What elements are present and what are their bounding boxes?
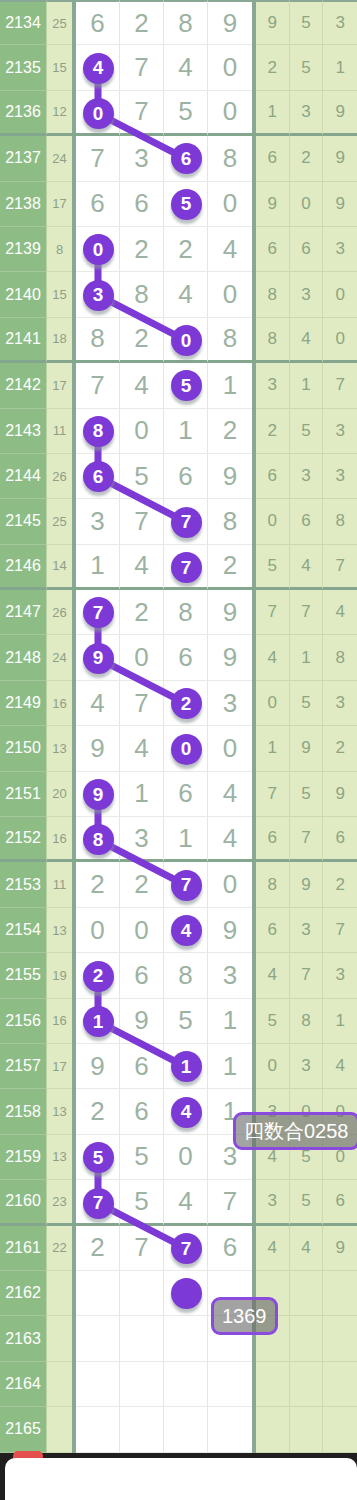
issue-number: 2141 [0, 318, 46, 363]
metric-value: 24 [46, 136, 72, 181]
metric-value: 25 [46, 0, 72, 45]
issue-number: 2154 [0, 908, 46, 953]
aux-digit-cell: 1 [290, 635, 324, 680]
digit-cell: 8 [76, 318, 120, 363]
digit-cell: 4 [164, 272, 208, 317]
digit-cell: 0 [208, 726, 252, 771]
aux-digit-cell: 7 [290, 817, 324, 862]
digit-cell: 1 [120, 772, 164, 817]
metric-value: 13 [46, 1089, 72, 1134]
digit-cell: 9 [208, 454, 252, 499]
digit-cell: 2 [120, 318, 164, 363]
issue-row: 214015840830 [0, 272, 357, 317]
aux-digit-cell: 3 [256, 363, 290, 408]
aux-digit-cell: 5 [290, 0, 324, 45]
aux-digit-cell: 3 [290, 272, 324, 317]
aux-digit-cell: 3 [323, 454, 357, 499]
digit-cell: 9 [76, 726, 120, 771]
winning-digit-circle: 9 [83, 643, 114, 674]
digit-cell: 8 [208, 136, 252, 181]
aux-digit-cell: 3 [323, 0, 357, 45]
digit-cell: 7 [120, 45, 164, 90]
issue-number: 2137 [0, 136, 46, 181]
aux-digit-cell: 6 [256, 227, 290, 272]
issue-row: 2163 [0, 1316, 357, 1361]
aux-digit-cell: 9 [256, 182, 290, 227]
aux-digit-cell: 9 [290, 726, 324, 771]
digit-cell: 2 [76, 1226, 120, 1271]
digit-cell: 2 [120, 862, 164, 907]
metric-value: 20 [46, 772, 72, 817]
aux-digit-cell: 0 [256, 681, 290, 726]
digit-cell [208, 1362, 252, 1407]
digit-cell: 1 [208, 999, 252, 1044]
digit-cell: 6 [76, 0, 120, 45]
metric-value: 15 [46, 45, 72, 90]
issue-number: 2155 [0, 953, 46, 998]
prediction-badge: 1369 [211, 1297, 278, 1335]
issue-number: 2158 [0, 1089, 46, 1134]
digit-cell: 2 [120, 590, 164, 635]
digit-cell: 6 [120, 1044, 164, 1089]
aux-digit-cell: 8 [290, 999, 324, 1044]
aux-digit-cell: 6 [256, 817, 290, 862]
digit-cell: 7 [120, 499, 164, 544]
winning-digit-circle: 3 [83, 280, 114, 311]
winning-digit-circle: 8 [83, 824, 114, 855]
digit-cell: 2 [208, 409, 252, 454]
aux-digit-cell: 4 [323, 590, 357, 635]
digit-cell: 9 [208, 0, 252, 45]
metric-value: 13 [46, 726, 72, 771]
winning-digit-circle: 7 [83, 1188, 114, 1219]
aux-digit-cell: 8 [256, 318, 290, 363]
digit-cell: 4 [120, 726, 164, 771]
aux-digit-cell: 2 [256, 45, 290, 90]
metric-value: 18 [46, 318, 72, 363]
issue-number: 2134 [0, 0, 46, 45]
aux-digit-cell: 8 [256, 862, 290, 907]
digit-cell: 6 [164, 772, 208, 817]
digit-cell: 6 [208, 1226, 252, 1271]
issue-number: 2149 [0, 681, 46, 726]
digit-cell: 0 [120, 908, 164, 953]
aux-digit-cell: 7 [290, 953, 324, 998]
digit-cell: 8 [120, 272, 164, 317]
digit-cell: 3 [208, 953, 252, 998]
winning-digit-circle: 1 [171, 1051, 202, 1082]
aux-digit-cell: 4 [256, 635, 290, 680]
winning-digit-circle: 6 [83, 461, 114, 492]
winning-digit-circle: 0 [171, 734, 202, 765]
aux-digit-cell [290, 1271, 324, 1316]
winning-digit-circle: 9 [83, 779, 114, 810]
aux-digit-cell: 4 [290, 318, 324, 363]
aux-digit-cell: 9 [323, 1226, 357, 1271]
aux-digit-cell: 3 [290, 908, 324, 953]
aux-digit-cell: 4 [290, 1226, 324, 1271]
aux-digit-cell: 9 [323, 182, 357, 227]
aux-digit-cell: 6 [290, 227, 324, 272]
winning-digit-circle: 5 [171, 370, 202, 401]
issue-row: 213515740251 [0, 45, 357, 90]
digit-cell: 5 [120, 1180, 164, 1225]
aux-digit-cell: 8 [323, 499, 357, 544]
aux-digit-cell: 7 [323, 545, 357, 590]
digit-cell [76, 1362, 120, 1407]
digit-cell: 3 [208, 681, 252, 726]
aux-digit-cell: 6 [323, 1180, 357, 1225]
digit-cell: 4 [208, 817, 252, 862]
digit-cell: 8 [164, 0, 208, 45]
winning-digit-circle: 7 [171, 870, 202, 901]
issue-number: 2140 [0, 272, 46, 317]
aux-digit-cell: 0 [323, 318, 357, 363]
winning-digit-circle: 6 [171, 143, 202, 174]
aux-digit-cell: 7 [256, 772, 290, 817]
metric-value [46, 1271, 72, 1316]
winning-digit-circle: 5 [171, 189, 202, 220]
digit-cell: 6 [120, 182, 164, 227]
aux-digit-cell [256, 1362, 290, 1407]
issue-row: 214426569633 [0, 454, 357, 499]
digit-cell [120, 1362, 164, 1407]
metric-value: 16 [46, 817, 72, 862]
aux-digit-cell: 6 [323, 817, 357, 862]
metric-value: 11 [46, 409, 72, 454]
aux-digit-cell: 9 [290, 862, 324, 907]
digit-cell: 8 [164, 953, 208, 998]
aux-digit-cell: 0 [323, 272, 357, 317]
issue-row: 216023547356 [0, 1180, 357, 1225]
aux-digit-cell: 3 [323, 227, 357, 272]
digit-cell: 5 [164, 91, 208, 136]
metric-value: 26 [46, 454, 72, 499]
aux-digit-cell [323, 1316, 357, 1361]
winning-digit-circle: 2 [83, 961, 114, 992]
digit-cell: 3 [76, 499, 120, 544]
aux-digit-cell: 6 [256, 136, 290, 181]
digit-cell: 7 [76, 363, 120, 408]
issue-number: 2145 [0, 499, 46, 544]
digit-cell: 3 [120, 136, 164, 181]
aux-digit-cell: 2 [323, 862, 357, 907]
metric-value: 26 [46, 590, 72, 635]
digit-cell: 0 [208, 182, 252, 227]
winning-digit-circle: 4 [171, 915, 202, 946]
issue-number: 2156 [0, 999, 46, 1044]
digit-cell [164, 1362, 208, 1407]
aux-digit-cell: 8 [256, 272, 290, 317]
digit-cell: 7 [120, 91, 164, 136]
digit-cell: 1 [76, 545, 120, 590]
winning-digit-circle: 7 [171, 507, 202, 538]
issue-row: 2134256289953 [0, 0, 357, 45]
issue-number: 2153 [0, 862, 46, 907]
issue-number: 2164 [0, 1362, 46, 1407]
winning-digit-circle: 0 [83, 98, 114, 129]
metric-value: 14 [46, 545, 72, 590]
digit-cell: 2 [120, 0, 164, 45]
aux-digit-cell: 3 [290, 1044, 324, 1089]
aux-digit-cell: 2 [290, 136, 324, 181]
issue-row: 215616951581 [0, 999, 357, 1044]
digit-cell: 7 [120, 681, 164, 726]
metric-value: 22 [46, 1226, 72, 1271]
digit-cell [76, 1407, 120, 1452]
digit-cell: 7 [120, 1226, 164, 1271]
metric-value [46, 1362, 72, 1407]
issue-row: 214726289774 [0, 590, 357, 635]
digit-cell [120, 1407, 164, 1452]
aux-digit-cell: 5 [290, 681, 324, 726]
issue-number: 2147 [0, 590, 46, 635]
issue-number: 2152 [0, 817, 46, 862]
aux-digit-cell: 5 [290, 45, 324, 90]
digit-cell: 8 [208, 318, 252, 363]
issue-number: 2146 [0, 545, 46, 590]
metric-value: 16 [46, 681, 72, 726]
metric-value: 13 [46, 908, 72, 953]
metric-value: 13 [46, 1135, 72, 1180]
metric-value: 17 [46, 1044, 72, 1089]
aux-digit-cell: 4 [323, 1044, 357, 1089]
aux-digit-cell: 7 [323, 363, 357, 408]
issue-row: 213612750139 [0, 91, 357, 136]
issue-number: 2160 [0, 1180, 46, 1225]
winning-digit-circle: 7 [171, 1233, 202, 1264]
aux-digit-cell: 9 [323, 136, 357, 181]
winning-digit-circle: 4 [171, 1097, 202, 1128]
issue-row: 215120164759 [0, 772, 357, 817]
prediction-dot [171, 1278, 202, 1309]
issue-number: 2143 [0, 409, 46, 454]
aux-digit-cell: 7 [290, 590, 324, 635]
digit-cell: 4 [76, 681, 120, 726]
digit-cell: 9 [208, 908, 252, 953]
issue-row: 215216314676 [0, 817, 357, 862]
aux-digit-cell: 8 [323, 635, 357, 680]
metric-value: 17 [46, 182, 72, 227]
digit-cell: 0 [208, 272, 252, 317]
bottom-bar [0, 1453, 357, 1500]
winning-digit-circle: 1 [83, 1006, 114, 1037]
winning-digit-circle: 4 [83, 53, 114, 84]
aux-digit-cell: 4 [256, 953, 290, 998]
issue-number: 2165 [0, 1407, 46, 1452]
digit-cell: 7 [208, 1180, 252, 1225]
winning-digit-circle: 2 [171, 688, 202, 719]
winning-digit-circle: 0 [83, 234, 114, 265]
aux-digit-cell [323, 1407, 357, 1452]
aux-digit-cell: 7 [323, 908, 357, 953]
aux-digit-cell: 9 [256, 0, 290, 45]
digit-cell [120, 1271, 164, 1316]
issue-number: 2135 [0, 45, 46, 90]
aux-digit-cell: 4 [290, 545, 324, 590]
digit-cell: 4 [120, 545, 164, 590]
metric-value [46, 1407, 72, 1452]
metric-value: 8 [46, 227, 72, 272]
issue-row: 2165 [0, 1407, 357, 1452]
metric-value: 19 [46, 953, 72, 998]
aux-digit-cell: 3 [323, 681, 357, 726]
digit-cell [120, 1316, 164, 1361]
metric-value: 11 [46, 862, 72, 907]
aux-digit-cell: 0 [256, 499, 290, 544]
issue-number: 2162 [0, 1271, 46, 1316]
issue-row: 2164 [0, 1362, 357, 1407]
digit-cell: 0 [120, 409, 164, 454]
issue-row: 214311012253 [0, 409, 357, 454]
digit-cell: 5 [120, 454, 164, 499]
digit-cell [76, 1271, 120, 1316]
digit-cell: 2 [208, 545, 252, 590]
digit-cell: 7 [76, 136, 120, 181]
aux-digit-cell: 5 [290, 1180, 324, 1225]
metric-value: 16 [46, 999, 72, 1044]
aux-digit-cell: 3 [256, 1180, 290, 1225]
issue-number: 2151 [0, 772, 46, 817]
digit-cell: 8 [164, 590, 208, 635]
aux-digit-cell: 7 [256, 590, 290, 635]
digit-cell: 6 [76, 182, 120, 227]
issue-number: 2163 [0, 1316, 46, 1361]
issue-number: 2142 [0, 363, 46, 408]
aux-digit-cell: 3 [290, 454, 324, 499]
aux-digit-cell: 5 [290, 772, 324, 817]
aux-digit-cell: 0 [256, 1044, 290, 1089]
winning-digit-circle: 8 [83, 416, 114, 447]
digit-cell: 0 [208, 862, 252, 907]
digit-cell: 0 [120, 635, 164, 680]
metric-value: 25 [46, 499, 72, 544]
metric-value: 12 [46, 91, 72, 136]
aux-digit-cell: 1 [290, 363, 324, 408]
aux-digit-cell [290, 1407, 324, 1452]
metric-value: 23 [46, 1180, 72, 1225]
metric-value: 15 [46, 272, 72, 317]
trend-chart-board[interactable]: 2134256289953213515740251213612750139213… [0, 0, 357, 1453]
aux-digit-cell: 6 [256, 454, 290, 499]
issue-number: 2136 [0, 91, 46, 136]
aux-digit-cell: 1 [323, 45, 357, 90]
aux-digit-cell: 9 [323, 772, 357, 817]
aux-digit-cell: 4 [256, 1226, 290, 1271]
metric-value: 17 [46, 363, 72, 408]
issue-number: 2159 [0, 1135, 46, 1180]
digit-cell [76, 1316, 120, 1361]
digit-cell: 2 [76, 1089, 120, 1134]
digit-cell: 8 [208, 499, 252, 544]
digit-cell: 9 [76, 1044, 120, 1089]
digit-cell: 4 [164, 1180, 208, 1225]
digit-cell [164, 1407, 208, 1452]
digit-cell: 4 [208, 772, 252, 817]
digit-cell: 6 [120, 953, 164, 998]
four-sum-badge: 四数合0258 [233, 1112, 357, 1150]
digit-cell: 0 [208, 45, 252, 90]
aux-digit-cell: 3 [323, 953, 357, 998]
digit-cell [208, 1407, 252, 1452]
aux-digit-cell: 5 [256, 545, 290, 590]
aux-digit-cell: 1 [256, 726, 290, 771]
lottery-trend-app: 2134256289953213515740251213612750139213… [0, 0, 357, 1500]
metric-value [46, 1316, 72, 1361]
digit-cell: 2 [164, 227, 208, 272]
winning-digit-circle: 5 [83, 1142, 114, 1173]
issue-number: 2139 [0, 227, 46, 272]
digit-cell: 1 [164, 817, 208, 862]
digit-cell: 3 [120, 817, 164, 862]
digit-cell: 0 [164, 1135, 208, 1180]
winning-digit-circle: 7 [171, 552, 202, 583]
aux-digit-cell [290, 1316, 324, 1361]
aux-digit-cell: 6 [256, 908, 290, 953]
digit-cell: 2 [120, 227, 164, 272]
aux-digit-cell: 6 [290, 499, 324, 544]
digit-cell: 9 [208, 635, 252, 680]
issue-number: 2150 [0, 726, 46, 771]
aux-digit-cell: 2 [323, 726, 357, 771]
aux-digit-cell: 0 [290, 182, 324, 227]
aux-digit-cell: 3 [290, 91, 324, 136]
aux-digit-cell: 2 [256, 409, 290, 454]
issue-row: 214824069418 [0, 635, 357, 680]
issue-row: 215519683473 [0, 953, 357, 998]
issue-number: 2161 [0, 1226, 46, 1271]
digit-cell: 1 [208, 363, 252, 408]
digit-cell: 9 [120, 999, 164, 1044]
aux-digit-cell: 1 [256, 91, 290, 136]
digit-cell: 6 [164, 635, 208, 680]
digit-cell: 0 [76, 908, 120, 953]
winning-digit-circle: 0 [171, 325, 202, 356]
digit-cell [164, 1316, 208, 1361]
aux-digit-cell: 5 [256, 999, 290, 1044]
issue-number: 2138 [0, 182, 46, 227]
aux-digit-cell [323, 1362, 357, 1407]
digit-cell: 4 [164, 45, 208, 90]
digit-cell: 5 [164, 999, 208, 1044]
digit-cell: 2 [76, 862, 120, 907]
metric-value: 24 [46, 635, 72, 680]
digit-cell: 5 [120, 1135, 164, 1180]
digit-cell: 1 [208, 1044, 252, 1089]
digit-cell: 6 [164, 454, 208, 499]
issue-number: 2148 [0, 635, 46, 680]
aux-digit-cell: 5 [290, 409, 324, 454]
aux-digit-cell [256, 1407, 290, 1452]
aux-digit-cell: 1 [323, 999, 357, 1044]
issue-row: 21398224663 [0, 227, 357, 272]
issue-number: 2144 [0, 454, 46, 499]
digit-cell: 4 [120, 363, 164, 408]
aux-digit-cell: 9 [323, 91, 357, 136]
bottom-sheet-edge[interactable] [5, 1458, 357, 1500]
aux-digit-cell [323, 1271, 357, 1316]
digit-cell: 1 [164, 409, 208, 454]
winning-digit-circle: 7 [83, 597, 114, 628]
aux-digit-cell [290, 1362, 324, 1407]
digit-cell: 6 [120, 1089, 164, 1134]
digit-cell: 4 [208, 227, 252, 272]
issue-number: 2157 [0, 1044, 46, 1089]
digit-cell: 9 [208, 590, 252, 635]
aux-digit-cell: 3 [323, 409, 357, 454]
digit-cell: 0 [208, 91, 252, 136]
